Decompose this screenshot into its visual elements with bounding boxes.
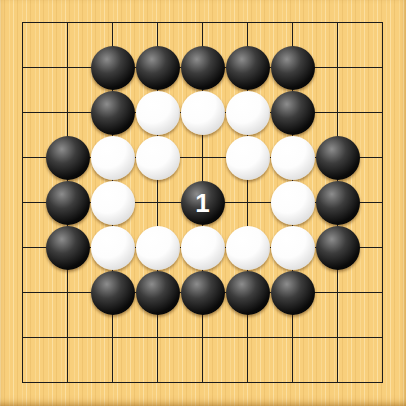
white-stone (136, 91, 180, 135)
board-point[interactable] (135, 270, 180, 315)
black-stone (91, 46, 135, 90)
board-point[interactable] (90, 360, 135, 405)
board-point[interactable] (180, 135, 225, 180)
board-point[interactable] (315, 360, 360, 405)
board-point[interactable] (0, 90, 45, 135)
board-point[interactable] (270, 90, 315, 135)
white-stone (91, 226, 135, 270)
board-point[interactable] (0, 360, 45, 405)
white-stone (226, 136, 270, 180)
board-point[interactable]: 1 (180, 180, 225, 225)
white-stone (136, 226, 180, 270)
board-point[interactable] (45, 315, 90, 360)
board-point[interactable] (360, 180, 405, 225)
board-point[interactable] (180, 270, 225, 315)
board-point[interactable] (135, 90, 180, 135)
board-point[interactable] (225, 90, 270, 135)
board-point[interactable] (270, 360, 315, 405)
board-point[interactable] (135, 225, 180, 270)
black-stone: 1 (181, 181, 225, 225)
board-point[interactable] (180, 45, 225, 90)
black-stone (46, 136, 90, 180)
board-point[interactable] (0, 180, 45, 225)
board-point[interactable] (180, 225, 225, 270)
board-point[interactable] (225, 360, 270, 405)
board-point[interactable] (360, 315, 405, 360)
board-point[interactable] (225, 45, 270, 90)
board-point[interactable] (225, 315, 270, 360)
board-point[interactable] (270, 135, 315, 180)
board-point[interactable] (90, 90, 135, 135)
white-stone (226, 91, 270, 135)
board-point[interactable] (360, 270, 405, 315)
board-point[interactable] (315, 135, 360, 180)
board-point[interactable] (360, 360, 405, 405)
board-point[interactable] (0, 135, 45, 180)
board-point[interactable] (270, 225, 315, 270)
board-point[interactable] (360, 135, 405, 180)
board-point[interactable] (270, 0, 315, 45)
board-point[interactable] (45, 0, 90, 45)
board-point[interactable] (90, 315, 135, 360)
board-point[interactable] (270, 315, 315, 360)
black-stone (316, 136, 360, 180)
board-point[interactable] (360, 45, 405, 90)
black-stone (181, 271, 225, 315)
board-grid: 1 (0, 0, 405, 405)
board-point[interactable] (90, 180, 135, 225)
white-stone (226, 226, 270, 270)
white-stone (271, 136, 315, 180)
board-point[interactable] (45, 135, 90, 180)
black-stone (46, 181, 90, 225)
board-point[interactable] (45, 90, 90, 135)
black-stone (316, 226, 360, 270)
board-point[interactable] (45, 45, 90, 90)
board-point[interactable] (135, 135, 180, 180)
white-stone (181, 91, 225, 135)
board-point[interactable] (0, 0, 45, 45)
board-point[interactable] (360, 225, 405, 270)
move-number-label: 1 (195, 190, 209, 216)
black-stone (46, 226, 90, 270)
board-point[interactable] (180, 315, 225, 360)
white-stone (136, 136, 180, 180)
board-point[interactable] (90, 45, 135, 90)
board-point[interactable] (90, 0, 135, 45)
board-point[interactable] (315, 180, 360, 225)
board-point[interactable] (315, 270, 360, 315)
white-stone (271, 181, 315, 225)
black-stone (271, 91, 315, 135)
board-point[interactable] (0, 225, 45, 270)
board-point[interactable] (315, 0, 360, 45)
board-point[interactable] (180, 90, 225, 135)
black-stone (271, 46, 315, 90)
board-point[interactable] (90, 135, 135, 180)
go-board: 1 (0, 0, 406, 406)
board-point[interactable] (0, 270, 45, 315)
black-stone (226, 46, 270, 90)
board-point[interactable] (90, 270, 135, 315)
board-point[interactable] (135, 180, 180, 225)
board-point[interactable] (0, 45, 45, 90)
black-stone (316, 181, 360, 225)
black-stone (136, 271, 180, 315)
board-point[interactable] (315, 45, 360, 90)
board-point[interactable] (225, 270, 270, 315)
black-stone (271, 271, 315, 315)
black-stone (136, 46, 180, 90)
board-point[interactable] (360, 0, 405, 45)
board-point[interactable] (0, 315, 45, 360)
black-stone (226, 271, 270, 315)
board-point[interactable] (45, 360, 90, 405)
board-point[interactable] (135, 360, 180, 405)
board-point[interactable] (315, 90, 360, 135)
board-point[interactable] (225, 225, 270, 270)
black-stone (91, 91, 135, 135)
board-point[interactable] (270, 180, 315, 225)
white-stone (91, 136, 135, 180)
board-point[interactable] (45, 225, 90, 270)
white-stone (271, 226, 315, 270)
board-point[interactable] (45, 270, 90, 315)
black-stone (91, 271, 135, 315)
board-point[interactable] (225, 135, 270, 180)
board-point[interactable] (180, 0, 225, 45)
board-point[interactable] (180, 360, 225, 405)
board-point[interactable] (135, 0, 180, 45)
black-stone (181, 46, 225, 90)
board-point[interactable] (135, 45, 180, 90)
board-point[interactable] (45, 180, 90, 225)
board-point[interactable] (315, 315, 360, 360)
board-point[interactable] (90, 225, 135, 270)
board-point[interactable] (315, 225, 360, 270)
board-point[interactable] (270, 45, 315, 90)
board-point[interactable] (270, 270, 315, 315)
board-point[interactable] (135, 315, 180, 360)
white-stone (181, 226, 225, 270)
board-point[interactable] (225, 0, 270, 45)
white-stone (91, 181, 135, 225)
board-point[interactable] (360, 90, 405, 135)
board-point[interactable] (225, 180, 270, 225)
